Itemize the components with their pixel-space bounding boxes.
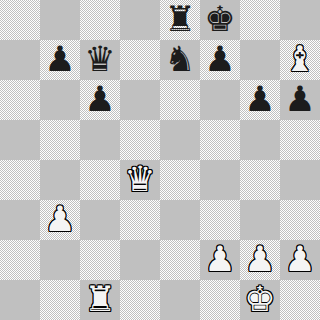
square-e8[interactable]: ♜ [160,0,200,40]
square-a6[interactable] [0,80,40,120]
square-h5[interactable] [280,120,320,160]
piece-black-rook[interactable]: ♜ [164,2,195,37]
square-h3[interactable] [280,200,320,240]
piece-white-pawn[interactable]: ♟ [204,242,235,277]
square-b8[interactable] [40,0,80,40]
square-b7[interactable]: ♟ [40,40,80,80]
square-c7[interactable]: ♛ [80,40,120,80]
square-h1[interactable] [280,280,320,320]
chess-board: ♜♚♟♛♞♟♝♟♟♟♛♟♟♟♟♜♚ [0,0,320,320]
square-f3[interactable] [200,200,240,240]
square-f2[interactable]: ♟ [200,240,240,280]
square-d3[interactable] [120,200,160,240]
square-e4[interactable] [160,160,200,200]
square-f8[interactable]: ♚ [200,0,240,40]
square-a8[interactable] [0,0,40,40]
square-g7[interactable] [240,40,280,80]
square-c6[interactable]: ♟ [80,80,120,120]
square-h7[interactable]: ♝ [280,40,320,80]
square-a4[interactable] [0,160,40,200]
piece-black-pawn[interactable]: ♟ [204,42,235,77]
square-e7[interactable]: ♞ [160,40,200,80]
piece-white-king[interactable]: ♚ [244,282,275,317]
square-g8[interactable] [240,0,280,40]
square-d4[interactable]: ♛ [120,160,160,200]
piece-white-queen[interactable]: ♛ [124,162,155,197]
square-c5[interactable] [80,120,120,160]
square-a3[interactable] [0,200,40,240]
square-d2[interactable] [120,240,160,280]
square-g5[interactable] [240,120,280,160]
square-f4[interactable] [200,160,240,200]
square-d6[interactable] [120,80,160,120]
square-e1[interactable] [160,280,200,320]
square-a2[interactable] [0,240,40,280]
square-d7[interactable] [120,40,160,80]
square-g3[interactable] [240,200,280,240]
piece-white-bishop[interactable]: ♝ [284,42,315,77]
square-d8[interactable] [120,0,160,40]
square-c3[interactable] [80,200,120,240]
square-h4[interactable] [280,160,320,200]
piece-white-pawn[interactable]: ♟ [244,242,275,277]
square-c8[interactable] [80,0,120,40]
square-b3[interactable]: ♟ [40,200,80,240]
piece-white-pawn[interactable]: ♟ [284,242,315,277]
square-h6[interactable]: ♟ [280,80,320,120]
square-g2[interactable]: ♟ [240,240,280,280]
square-e3[interactable] [160,200,200,240]
piece-black-pawn[interactable]: ♟ [84,82,115,117]
square-e5[interactable] [160,120,200,160]
square-f5[interactable] [200,120,240,160]
square-e2[interactable] [160,240,200,280]
square-a1[interactable] [0,280,40,320]
square-h8[interactable] [280,0,320,40]
square-e6[interactable] [160,80,200,120]
square-b5[interactable] [40,120,80,160]
piece-black-pawn[interactable]: ♟ [244,82,275,117]
square-a5[interactable] [0,120,40,160]
piece-black-knight[interactable]: ♞ [164,42,195,77]
square-g1[interactable]: ♚ [240,280,280,320]
piece-black-queen[interactable]: ♛ [84,42,115,77]
square-b1[interactable] [40,280,80,320]
piece-black-pawn[interactable]: ♟ [44,42,75,77]
square-g4[interactable] [240,160,280,200]
square-c4[interactable] [80,160,120,200]
piece-white-rook[interactable]: ♜ [84,282,115,317]
square-f7[interactable]: ♟ [200,40,240,80]
piece-black-king[interactable]: ♚ [204,2,235,37]
square-d1[interactable] [120,280,160,320]
square-c2[interactable] [80,240,120,280]
square-b6[interactable] [40,80,80,120]
piece-white-pawn[interactable]: ♟ [44,202,75,237]
piece-black-pawn[interactable]: ♟ [284,82,315,117]
square-f1[interactable] [200,280,240,320]
square-a7[interactable] [0,40,40,80]
square-b4[interactable] [40,160,80,200]
square-h2[interactable]: ♟ [280,240,320,280]
square-f6[interactable] [200,80,240,120]
square-c1[interactable]: ♜ [80,280,120,320]
square-b2[interactable] [40,240,80,280]
square-g6[interactable]: ♟ [240,80,280,120]
square-d5[interactable] [120,120,160,160]
